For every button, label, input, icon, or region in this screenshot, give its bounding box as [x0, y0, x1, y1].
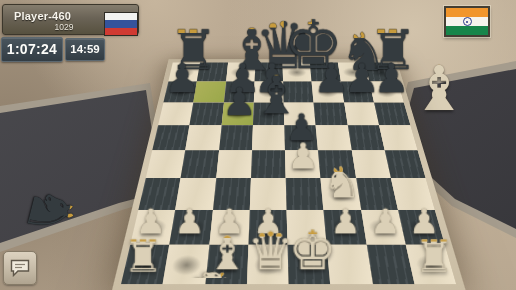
square-a4[interactable]	[146, 150, 186, 178]
player-info-panel: Player-460 1029	[2, 4, 139, 35]
piece-white-rook-h1[interactable]: ♜♜	[406, 245, 457, 285]
square-d5[interactable]	[252, 125, 285, 150]
square-f5[interactable]	[316, 125, 352, 150]
square-a5[interactable]	[152, 125, 189, 150]
player-name: Player-460	[14, 10, 71, 22]
piece-black-pawn-c6[interactable]: ♟	[221, 102, 253, 125]
ashoka-chakra-icon	[463, 17, 472, 26]
russia-flag-icon	[104, 12, 138, 36]
square-h4[interactable]	[384, 150, 425, 178]
piece-white-king-e1[interactable]: ♚♚	[288, 245, 331, 285]
square-f6[interactable]	[314, 102, 348, 125]
piece-black-bishop-d6[interactable]: ♝♝	[253, 102, 285, 125]
square-h5[interactable]	[379, 125, 418, 150]
piece-white-queen-d1[interactable]: ♛♛	[247, 245, 289, 285]
piece-white-rook-a1[interactable]: ♜♜	[121, 245, 170, 285]
piece-black-pawn-f7[interactable]: ♟	[312, 82, 344, 103]
piece-black-pawn-g7[interactable]: ♟	[340, 82, 373, 103]
square-a6[interactable]	[158, 102, 193, 125]
piece-white-bishop-c1[interactable]: ♝♝	[205, 245, 248, 285]
piece-white-knight-b1[interactable]: ♞♞	[163, 245, 209, 285]
chess-board[interactable]: ♜♜♝♝♛♛♚♚♞♞♜♜♟♟♟♟♟♟♟♝♝♟♟♞♞♟♟♟♟♟♟♟♜♜♞♞♝♝♛♛…	[111, 59, 468, 290]
piece-black-pawn-h7[interactable]: ♟	[369, 82, 404, 103]
speech-bubble-icon	[10, 259, 30, 277]
square-b6[interactable]	[190, 102, 224, 125]
piece-white-pawn-g2[interactable]: ♟	[361, 209, 406, 244]
piece-black-pawn-a7[interactable]: ♟	[163, 82, 197, 103]
game-clock: 1:07:24	[1, 37, 63, 62]
square-d4[interactable]	[251, 150, 286, 178]
piece-white-pawn-e4[interactable]: ♟	[285, 150, 321, 178]
square-h6[interactable]	[374, 102, 411, 125]
india-flag-icon	[444, 6, 490, 37]
chat-button[interactable]	[3, 251, 37, 285]
square-b5[interactable]	[185, 125, 221, 150]
player-rating: 1029	[47, 22, 81, 32]
move-clock: 14:59	[65, 38, 105, 61]
square-e3[interactable]	[286, 178, 324, 209]
chess-app-screen: ♞♞♝♝ ♜♜♝♝♛♛♚♚♞♞♜♜♟♟♟♟♟♟♟♝♝♟♟♞♞♟♟♟♟♟♟♟♜♜♞…	[0, 0, 516, 290]
square-c4[interactable]	[216, 150, 252, 178]
square-c5[interactable]	[219, 125, 253, 150]
square-b4[interactable]	[181, 150, 219, 178]
